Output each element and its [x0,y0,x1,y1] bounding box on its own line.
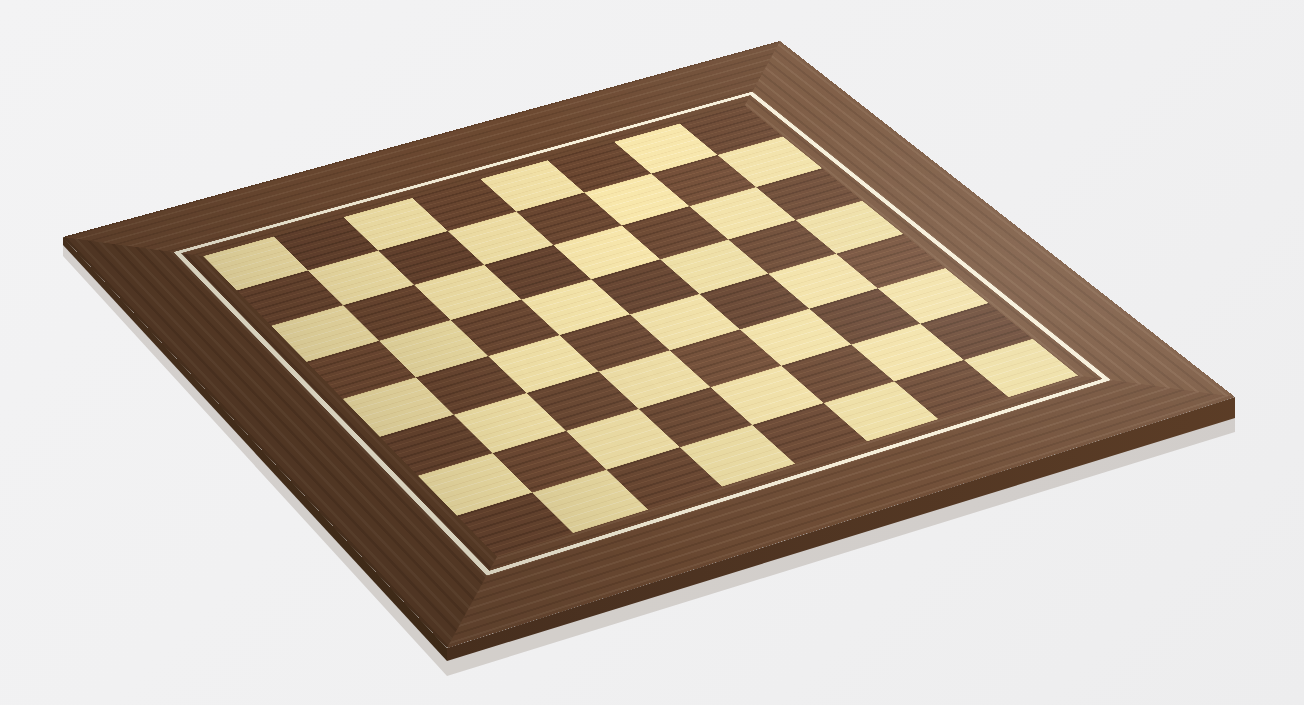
chessboard [63,41,1235,648]
product-render-stage [0,0,1304,705]
